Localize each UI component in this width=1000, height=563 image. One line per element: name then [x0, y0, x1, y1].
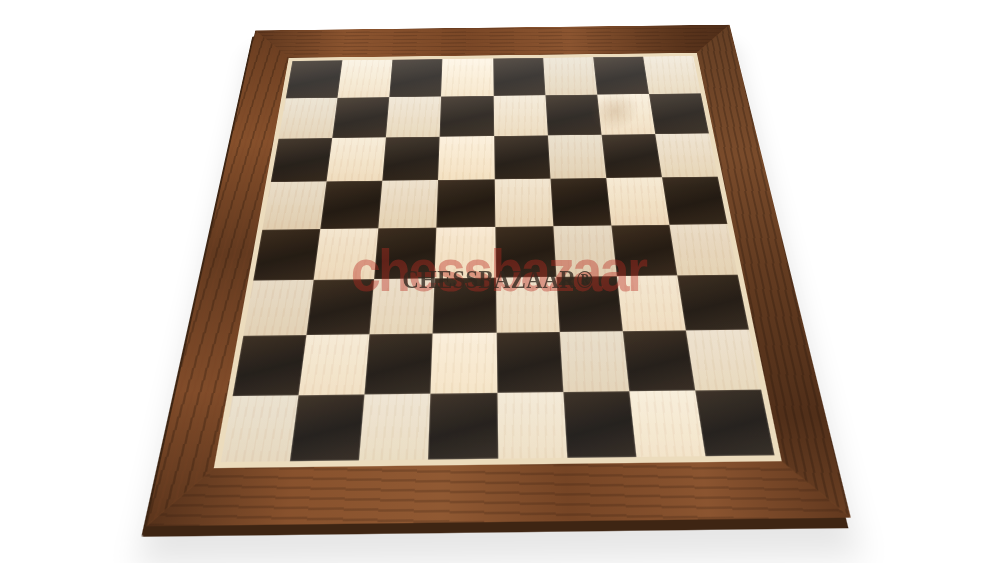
- square-r7c6-light: [629, 390, 705, 457]
- square-r6c7-light: [686, 329, 761, 390]
- square-r4c7-light: [669, 224, 737, 275]
- square-r6c4-dark: [496, 332, 563, 393]
- square-r6c5-light: [559, 331, 629, 392]
- square-r7c2-light: [359, 394, 431, 461]
- square-r0c3-light: [441, 58, 493, 96]
- square-r3c5-dark: [550, 178, 611, 226]
- square-r0c5-light: [543, 57, 597, 95]
- square-r5c7-dark: [677, 274, 749, 330]
- square-r7c4-light: [497, 392, 567, 459]
- square-r3c0-light: [262, 182, 326, 230]
- square-r1c7-dark: [649, 93, 709, 134]
- square-r1c6-light: [597, 94, 655, 135]
- square-r3c3-dark: [437, 180, 495, 228]
- square-r0c2-dark: [389, 59, 442, 97]
- watermark-dark-text: CHESSBAZAAR®: [336, 267, 660, 292]
- square-r1c2-light: [386, 97, 441, 138]
- square-r1c1-dark: [332, 97, 389, 138]
- board-frame-bottom: [146, 461, 851, 527]
- square-r7c7-dark: [695, 389, 774, 456]
- square-r6c2-dark: [365, 333, 433, 394]
- square-r3c1-dark: [320, 181, 382, 229]
- square-r2c0-dark: [271, 138, 333, 182]
- square-r2c7-light: [655, 134, 718, 178]
- square-r0c6-dark: [593, 57, 649, 95]
- square-r7c3-dark: [428, 393, 497, 460]
- square-r3c4-light: [494, 179, 553, 227]
- square-r1c4-light: [493, 95, 547, 136]
- square-r7c5-dark: [563, 391, 636, 458]
- square-r2c2-dark: [383, 137, 440, 181]
- square-r5c0-light: [243, 279, 313, 335]
- square-r7c1-dark: [290, 394, 365, 461]
- square-r1c0-light: [279, 98, 338, 139]
- square-r1c5-dark: [545, 95, 601, 136]
- square-r3c2-light: [379, 180, 439, 228]
- square-r2c4-dark: [494, 136, 550, 180]
- square-r6c3-light: [431, 332, 497, 393]
- square-r3c7-dark: [662, 177, 727, 224]
- square-r1c3-dark: [440, 96, 494, 137]
- square-r0c0-dark: [286, 60, 343, 98]
- square-r3c6-light: [606, 178, 669, 225]
- square-r0c4-dark: [493, 58, 545, 96]
- square-r6c6-dark: [623, 330, 696, 391]
- square-r2c5-light: [548, 135, 606, 179]
- square-r2c1-light: [327, 138, 386, 182]
- square-r2c3-light: [438, 136, 494, 180]
- square-r7c0-light: [221, 395, 299, 462]
- square-r4c0-dark: [253, 229, 320, 281]
- square-r0c7-light: [643, 56, 701, 94]
- square-r0c1-light: [338, 60, 393, 98]
- square-r2c6-dark: [601, 134, 662, 178]
- square-r6c1-light: [299, 334, 370, 395]
- product-photo: chessbazaar CHESSBAZAAR®: [0, 0, 1000, 563]
- square-r6c0-dark: [233, 335, 307, 396]
